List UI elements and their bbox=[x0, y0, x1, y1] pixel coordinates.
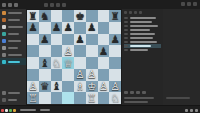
icon[interactable] bbox=[8, 3, 12, 7]
white-pawn-a2[interactable]: ♙ bbox=[28, 81, 37, 92]
square-e2[interactable]: ♗ bbox=[74, 81, 86, 93]
icon[interactable] bbox=[139, 11, 142, 14]
icon[interactable] bbox=[181, 2, 185, 6]
black-pawn-f7[interactable]: ♟ bbox=[87, 22, 96, 33]
move-text bbox=[130, 33, 155, 35]
square-f5[interactable] bbox=[86, 45, 98, 57]
white-knight-c4[interactable]: ♘ bbox=[52, 57, 61, 68]
menu-item-1-label bbox=[8, 12, 22, 14]
sidebar-menu-item-1[interactable] bbox=[0, 9, 26, 16]
black-rook-h8[interactable]: ♜ bbox=[110, 10, 119, 21]
sidebar-menu-item-7[interactable] bbox=[0, 51, 26, 58]
move-number bbox=[124, 41, 128, 43]
icon[interactable] bbox=[50, 3, 54, 7]
menu-item-6-icon bbox=[2, 46, 6, 50]
black-pawn-d7[interactable]: ♟ bbox=[63, 22, 72, 33]
sidebar-menu-item-8[interactable] bbox=[0, 58, 26, 65]
icon[interactable] bbox=[195, 109, 198, 112]
white-pawn-d5[interactable]: ♙ bbox=[63, 45, 72, 56]
move-number bbox=[124, 33, 128, 35]
square-h8[interactable]: ♜ bbox=[109, 10, 121, 22]
status-icon bbox=[5, 109, 8, 112]
square-e5[interactable] bbox=[74, 45, 86, 57]
icon[interactable] bbox=[187, 2, 191, 6]
black-pawn-c7[interactable]: ♟ bbox=[52, 22, 61, 33]
black-pawn-b6[interactable]: ♟ bbox=[40, 34, 49, 45]
move-number bbox=[124, 29, 128, 31]
move-text bbox=[130, 17, 156, 19]
black-pawn-e6[interactable]: ♟ bbox=[75, 34, 84, 45]
square-f1[interactable]: ♖ bbox=[86, 92, 98, 104]
status-icon bbox=[13, 109, 16, 112]
white-knight-h1[interactable]: ♘ bbox=[110, 92, 119, 103]
square-a4[interactable] bbox=[27, 57, 39, 69]
move-panel-footer bbox=[122, 90, 163, 103]
black-bishop-b4[interactable]: ♝ bbox=[40, 57, 49, 68]
white-pawn-g2[interactable]: ♙ bbox=[99, 81, 108, 92]
icon[interactable] bbox=[185, 109, 188, 112]
black-queen-b2[interactable]: ♛ bbox=[40, 81, 49, 92]
move-number bbox=[124, 25, 128, 27]
sidebar-menu-item-3[interactable] bbox=[0, 23, 26, 30]
square-d2[interactable] bbox=[62, 81, 74, 93]
square-b6[interactable]: ♟ bbox=[39, 34, 51, 46]
topbar-tabs bbox=[44, 3, 66, 7]
bottom-item-2-icon bbox=[2, 98, 6, 102]
move-row-9[interactable] bbox=[124, 48, 161, 52]
sidebar-bottom-item-2[interactable] bbox=[0, 96, 26, 103]
move-text bbox=[130, 29, 150, 31]
white-rook-f1[interactable]: ♖ bbox=[87, 92, 96, 103]
black-knight-b8[interactable]: ♞ bbox=[40, 10, 49, 21]
square-g1[interactable] bbox=[98, 92, 110, 104]
right-side-panel bbox=[163, 9, 200, 105]
move-text bbox=[130, 41, 157, 43]
icon[interactable] bbox=[142, 91, 146, 94]
square-b4[interactable]: ♝ bbox=[39, 57, 51, 69]
square-c2[interactable]: ♝ bbox=[51, 81, 63, 93]
bottom-item-2-label bbox=[8, 99, 17, 101]
square-d1[interactable] bbox=[62, 92, 74, 104]
icon[interactable] bbox=[130, 91, 134, 94]
sidebar-menu-item-6[interactable] bbox=[0, 44, 26, 51]
white-pawn-f3[interactable]: ♙ bbox=[87, 69, 96, 80]
move-text bbox=[130, 49, 148, 51]
menu-item-4-label bbox=[8, 33, 19, 35]
square-g4[interactable] bbox=[98, 57, 110, 69]
square-e6[interactable]: ♟ bbox=[74, 34, 86, 46]
left-sidebar bbox=[0, 9, 27, 105]
move-text bbox=[130, 37, 153, 39]
square-g5[interactable]: ♟ bbox=[98, 45, 110, 57]
status-text bbox=[20, 109, 36, 111]
menu-item-8-label bbox=[8, 61, 20, 63]
icon[interactable] bbox=[56, 3, 60, 7]
sidebar-menu-item-2[interactable] bbox=[0, 16, 26, 23]
menu-item-8-icon bbox=[2, 60, 6, 64]
chess-board[interactable]: ♜♞♚♜♟♟♟♟♟♟♟♙♟♝♘♕♙♙♙♛♝♗♔♙♙♖♖♘ bbox=[27, 10, 121, 104]
status-bar-right-icons[interactable] bbox=[185, 109, 198, 112]
icon[interactable] bbox=[193, 2, 197, 6]
white-rook-a1[interactable]: ♖ bbox=[28, 92, 37, 103]
topbar-left-icons bbox=[2, 3, 18, 7]
engine-status-text bbox=[166, 97, 190, 99]
move-text bbox=[130, 21, 152, 23]
move-number bbox=[124, 17, 128, 19]
sidebar-menu-item-4[interactable] bbox=[0, 30, 26, 37]
icon[interactable] bbox=[44, 3, 48, 7]
black-pawn-a7[interactable]: ♟ bbox=[28, 22, 37, 33]
menu-item-6-label bbox=[8, 47, 18, 49]
move-text bbox=[130, 45, 151, 47]
sidebar-menu-item-5[interactable] bbox=[0, 37, 26, 44]
board-container: ♜♞♚♜♟♟♟♟♟♟♟♙♟♝♘♕♙♙♙♛♝♗♔♙♙♖♖♘ bbox=[26, 9, 121, 104]
square-f6[interactable] bbox=[86, 34, 98, 46]
square-a7[interactable]: ♟ bbox=[27, 22, 39, 34]
black-king-e8[interactable]: ♚ bbox=[75, 10, 84, 21]
white-pawn-e3[interactable]: ♙ bbox=[75, 69, 84, 80]
menu-item-3-label bbox=[8, 26, 23, 28]
square-c7[interactable]: ♟ bbox=[51, 22, 63, 34]
white-queen-d4[interactable]: ♕ bbox=[63, 57, 72, 68]
status-icon bbox=[9, 109, 12, 112]
square-g2[interactable]: ♙ bbox=[98, 81, 110, 93]
icon[interactable] bbox=[134, 11, 137, 14]
square-e1[interactable] bbox=[74, 92, 86, 104]
move-number bbox=[124, 37, 128, 39]
menu-item-2-label bbox=[8, 19, 20, 21]
square-c4[interactable]: ♘ bbox=[51, 57, 63, 69]
square-b8[interactable]: ♞ bbox=[39, 10, 51, 22]
menu-item-5-icon bbox=[2, 39, 6, 43]
topbar-window-controls bbox=[181, 2, 197, 6]
panel-footer-text bbox=[124, 101, 148, 103]
square-g7[interactable] bbox=[98, 22, 110, 34]
square-a6[interactable] bbox=[27, 34, 39, 46]
menu-item-4-icon bbox=[2, 32, 6, 36]
square-d3[interactable] bbox=[62, 69, 74, 81]
menu-item-7-icon bbox=[2, 53, 6, 57]
white-king-f2[interactable]: ♔ bbox=[87, 81, 96, 92]
icon[interactable] bbox=[2, 3, 6, 7]
square-c6[interactable] bbox=[51, 34, 63, 46]
status-text bbox=[40, 109, 50, 111]
move-number bbox=[124, 49, 128, 51]
menu-item-5-label bbox=[8, 40, 21, 42]
status-icon bbox=[1, 109, 4, 112]
square-h6[interactable]: ♟ bbox=[109, 34, 121, 46]
panel-footer-text bbox=[124, 97, 154, 99]
square-f7[interactable]: ♟ bbox=[86, 22, 98, 34]
icon[interactable] bbox=[14, 3, 18, 7]
icon[interactable] bbox=[190, 109, 193, 112]
icon[interactable] bbox=[129, 11, 132, 14]
black-bishop-c2[interactable]: ♝ bbox=[52, 81, 61, 92]
menu-item-3-icon bbox=[2, 25, 6, 29]
menu-item-2-icon bbox=[2, 18, 6, 22]
white-bishop-e2[interactable]: ♗ bbox=[75, 81, 84, 92]
menu-item-7-label bbox=[8, 54, 22, 56]
icon[interactable] bbox=[62, 3, 66, 7]
icon[interactable] bbox=[124, 91, 128, 94]
black-pawn-h6[interactable]: ♟ bbox=[110, 34, 119, 45]
square-b1[interactable] bbox=[39, 92, 51, 104]
square-g8[interactable] bbox=[98, 10, 110, 22]
icon[interactable] bbox=[124, 11, 127, 14]
square-a5[interactable] bbox=[27, 45, 39, 57]
menu-item-1-icon bbox=[2, 11, 6, 15]
move-number bbox=[124, 21, 128, 23]
square-h1[interactable]: ♘ bbox=[109, 92, 121, 104]
square-h5[interactable] bbox=[109, 45, 121, 57]
black-pawn-g5[interactable]: ♟ bbox=[99, 45, 108, 56]
move-text bbox=[130, 25, 158, 27]
square-e8[interactable]: ♚ bbox=[74, 10, 86, 22]
square-a1[interactable]: ♖ bbox=[27, 92, 39, 104]
icon[interactable] bbox=[136, 91, 140, 94]
square-b2[interactable]: ♛ bbox=[39, 81, 51, 93]
white-pawn-h2[interactable]: ♙ bbox=[110, 81, 119, 92]
move-list-panel bbox=[121, 9, 164, 105]
move-nav-controls[interactable] bbox=[122, 90, 163, 95]
sidebar-bottom-item-1[interactable] bbox=[0, 89, 26, 96]
bottom-item-1-label bbox=[8, 92, 20, 94]
black-rook-a8[interactable]: ♜ bbox=[28, 10, 37, 21]
square-d4[interactable]: ♕ bbox=[62, 57, 74, 69]
square-c1[interactable] bbox=[51, 92, 63, 104]
square-d7[interactable]: ♟ bbox=[62, 22, 74, 34]
square-h4[interactable] bbox=[109, 57, 121, 69]
bottom-item-1-icon bbox=[2, 91, 6, 95]
move-number bbox=[124, 45, 128, 47]
move-list[interactable] bbox=[122, 15, 163, 53]
status-bar bbox=[0, 105, 200, 113]
status-bar-icons bbox=[1, 109, 50, 112]
